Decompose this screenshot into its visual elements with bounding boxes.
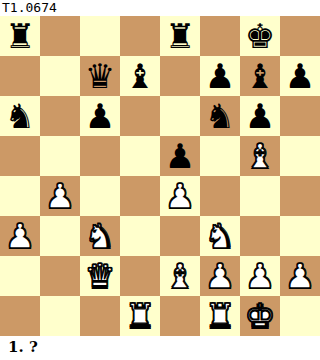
square-a5[interactable] — [0, 136, 40, 176]
piece-black-pawn: ♟ — [285, 56, 315, 96]
piece-white-rook: ♜ — [205, 296, 235, 336]
square-a8[interactable]: ♜ — [0, 16, 40, 56]
square-g1[interactable]: ♚ — [240, 296, 280, 336]
square-a4[interactable] — [0, 176, 40, 216]
square-d7[interactable]: ♝ — [120, 56, 160, 96]
piece-white-pawn: ♟ — [165, 176, 195, 216]
square-d6[interactable] — [120, 96, 160, 136]
square-b6[interactable] — [40, 96, 80, 136]
square-g5[interactable]: ♝ — [240, 136, 280, 176]
piece-black-pawn: ♟ — [245, 96, 275, 136]
piece-white-pawn: ♟ — [5, 216, 35, 256]
piece-black-bishop: ♝ — [125, 56, 155, 96]
piece-white-pawn: ♟ — [245, 256, 275, 296]
square-f6[interactable]: ♞ — [200, 96, 240, 136]
square-e5[interactable]: ♟ — [160, 136, 200, 176]
square-f4[interactable] — [200, 176, 240, 216]
square-e6[interactable] — [160, 96, 200, 136]
square-e4[interactable]: ♟ — [160, 176, 200, 216]
square-d3[interactable] — [120, 216, 160, 256]
square-b2[interactable] — [40, 256, 80, 296]
piece-black-pawn: ♟ — [205, 56, 235, 96]
square-f3[interactable]: ♞ — [200, 216, 240, 256]
square-h8[interactable] — [280, 16, 320, 56]
piece-black-knight: ♞ — [205, 96, 235, 136]
square-a7[interactable] — [0, 56, 40, 96]
square-c6[interactable]: ♟ — [80, 96, 120, 136]
square-e8[interactable]: ♜ — [160, 16, 200, 56]
piece-white-rook: ♜ — [125, 296, 155, 336]
square-a2[interactable] — [0, 256, 40, 296]
square-d5[interactable] — [120, 136, 160, 176]
square-a6[interactable]: ♞ — [0, 96, 40, 136]
square-g6[interactable]: ♟ — [240, 96, 280, 136]
piece-white-knight: ♞ — [85, 216, 115, 256]
square-a3[interactable]: ♟ — [0, 216, 40, 256]
square-h5[interactable] — [280, 136, 320, 176]
square-h6[interactable] — [280, 96, 320, 136]
square-h1[interactable] — [280, 296, 320, 336]
square-f7[interactable]: ♟ — [200, 56, 240, 96]
square-f1[interactable]: ♜ — [200, 296, 240, 336]
square-e3[interactable] — [160, 216, 200, 256]
square-d2[interactable] — [120, 256, 160, 296]
piece-black-rook: ♜ — [5, 16, 35, 56]
square-g4[interactable] — [240, 176, 280, 216]
square-c8[interactable] — [80, 16, 120, 56]
square-g3[interactable] — [240, 216, 280, 256]
square-h2[interactable]: ♟ — [280, 256, 320, 296]
piece-black-bishop: ♝ — [245, 56, 275, 96]
square-d8[interactable] — [120, 16, 160, 56]
square-c1[interactable] — [80, 296, 120, 336]
piece-black-queen: ♛ — [85, 56, 115, 96]
piece-white-pawn: ♟ — [205, 256, 235, 296]
move-prompt: 1. ? — [0, 336, 320, 360]
piece-black-pawn: ♟ — [85, 96, 115, 136]
square-g2[interactable]: ♟ — [240, 256, 280, 296]
square-b8[interactable] — [40, 16, 80, 56]
square-c2[interactable]: ♛ — [80, 256, 120, 296]
square-h7[interactable]: ♟ — [280, 56, 320, 96]
piece-black-knight: ♞ — [5, 96, 35, 136]
piece-black-pawn: ♟ — [165, 136, 195, 176]
piece-white-pawn: ♟ — [285, 256, 315, 296]
square-c7[interactable]: ♛ — [80, 56, 120, 96]
square-c3[interactable]: ♞ — [80, 216, 120, 256]
piece-white-queen: ♛ — [85, 256, 115, 296]
square-b4[interactable]: ♟ — [40, 176, 80, 216]
square-b3[interactable] — [40, 216, 80, 256]
square-c5[interactable] — [80, 136, 120, 176]
puzzle-title: T1.0674 — [0, 0, 320, 16]
square-f8[interactable] — [200, 16, 240, 56]
square-h3[interactable] — [280, 216, 320, 256]
piece-black-king: ♚ — [245, 16, 275, 56]
chess-board: ♜♜♚♛♝♟♝♟♞♟♞♟♟♝♟♟♟♞♞♛♝♟♟♟♜♜♚ — [0, 16, 320, 336]
square-d1[interactable]: ♜ — [120, 296, 160, 336]
square-a1[interactable] — [0, 296, 40, 336]
square-f2[interactable]: ♟ — [200, 256, 240, 296]
piece-white-pawn: ♟ — [45, 176, 75, 216]
piece-white-bishop: ♝ — [245, 136, 275, 176]
square-b7[interactable] — [40, 56, 80, 96]
square-g8[interactable]: ♚ — [240, 16, 280, 56]
square-c4[interactable] — [80, 176, 120, 216]
square-e1[interactable] — [160, 296, 200, 336]
piece-white-king: ♚ — [245, 296, 275, 336]
square-f5[interactable] — [200, 136, 240, 176]
square-h4[interactable] — [280, 176, 320, 216]
square-d4[interactable] — [120, 176, 160, 216]
piece-black-rook: ♜ — [165, 16, 195, 56]
piece-white-bishop: ♝ — [165, 256, 195, 296]
square-b5[interactable] — [40, 136, 80, 176]
square-e7[interactable] — [160, 56, 200, 96]
piece-white-knight: ♞ — [205, 216, 235, 256]
square-b1[interactable] — [40, 296, 80, 336]
square-g7[interactable]: ♝ — [240, 56, 280, 96]
square-e2[interactable]: ♝ — [160, 256, 200, 296]
